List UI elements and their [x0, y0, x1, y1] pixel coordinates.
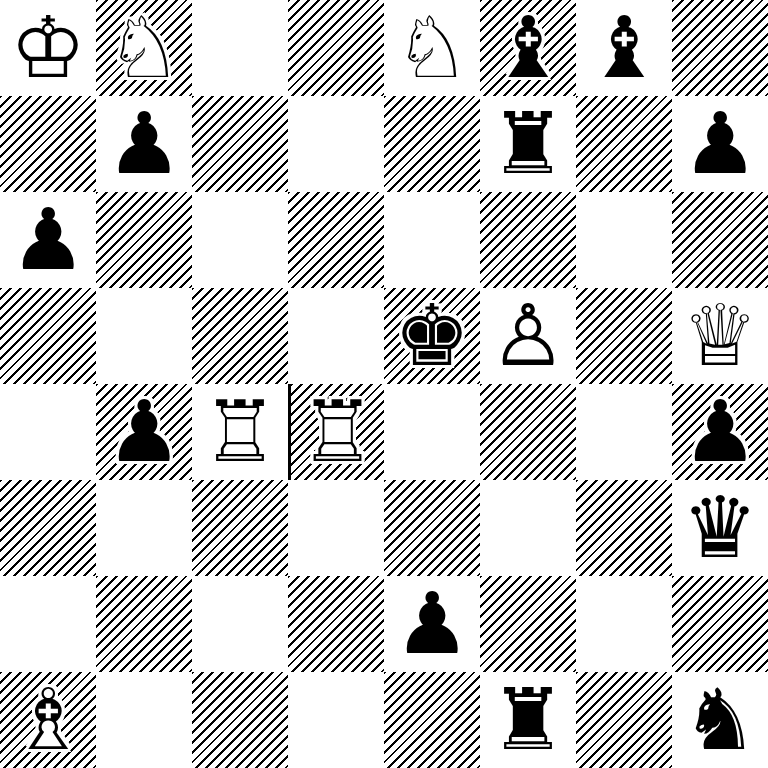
square-d7[interactable] [288, 96, 384, 192]
square-c3[interactable] [192, 480, 288, 576]
black-rook[interactable]: ♜♜ [480, 96, 576, 192]
square-d4[interactable]: ♜♖ [288, 384, 384, 480]
white-queen-glyph: ♕ [672, 288, 768, 384]
white-king[interactable]: ♚♔ [0, 0, 96, 96]
black-knight[interactable]: ♞♞ [672, 672, 768, 768]
square-f2[interactable] [480, 576, 576, 672]
square-e6[interactable] [384, 192, 480, 288]
square-b4[interactable]: ♟♟ [96, 384, 192, 480]
square-c5[interactable] [192, 288, 288, 384]
white-knight[interactable]: ♞♘ [96, 0, 192, 96]
square-g7[interactable] [576, 96, 672, 192]
black-queen-glyph: ♛ [672, 480, 768, 576]
black-pawn[interactable]: ♟♟ [96, 96, 192, 192]
square-h6[interactable] [672, 192, 768, 288]
square-a6[interactable]: ♟♟ [0, 192, 96, 288]
square-f4[interactable] [480, 384, 576, 480]
black-pawn[interactable]: ♟♟ [96, 384, 192, 480]
square-e2[interactable]: ♟♟ [384, 576, 480, 672]
square-a2[interactable] [0, 576, 96, 672]
black-pawn-glyph: ♟ [96, 96, 192, 192]
square-b6[interactable] [96, 192, 192, 288]
square-g2[interactable] [576, 576, 672, 672]
square-e1[interactable] [384, 672, 480, 768]
white-rook[interactable]: ♜♖ [291, 384, 384, 480]
black-pawn[interactable]: ♟♟ [672, 384, 768, 480]
square-c7[interactable] [192, 96, 288, 192]
white-queen[interactable]: ♛♕ [672, 288, 768, 384]
square-g1[interactable] [576, 672, 672, 768]
black-pawn[interactable]: ♟♟ [672, 96, 768, 192]
square-b5[interactable] [96, 288, 192, 384]
black-pawn[interactable]: ♟♟ [0, 192, 96, 288]
square-e8[interactable]: ♞♘ [384, 0, 480, 96]
black-pawn-glyph: ♟ [672, 96, 768, 192]
black-pawn[interactable]: ♟♟ [384, 576, 480, 672]
square-e5[interactable]: ♚♚ [384, 288, 480, 384]
black-bishop-glyph: ♝ [576, 0, 672, 96]
square-c8[interactable] [192, 0, 288, 96]
white-king-glyph: ♔ [0, 0, 96, 96]
square-f1[interactable]: ♜♜ [480, 672, 576, 768]
square-b8[interactable]: ♞♘ [96, 0, 192, 96]
square-h1[interactable]: ♞♞ [672, 672, 768, 768]
square-f6[interactable] [480, 192, 576, 288]
square-a4[interactable] [0, 384, 96, 480]
black-bishop[interactable]: ♝♝ [480, 0, 576, 96]
square-b7[interactable]: ♟♟ [96, 96, 192, 192]
black-rook-glyph: ♜ [480, 96, 576, 192]
square-d1[interactable] [288, 672, 384, 768]
chess-board: ♚♔♞♘♞♘♝♝♝♝♟♟♜♜♟♟♟♟♚♚♟♙♛♕♟♟♜♖♜♖♟♟♛♛♟♟♝♗♜♜… [0, 0, 768, 768]
white-pawn[interactable]: ♟♙ [480, 288, 576, 384]
black-rook-glyph: ♜ [480, 672, 576, 768]
black-knight-glyph: ♞ [672, 672, 768, 768]
black-king-glyph: ♚ [384, 288, 480, 384]
white-knight[interactable]: ♞♘ [384, 0, 480, 96]
square-h5[interactable]: ♛♕ [672, 288, 768, 384]
square-g8[interactable]: ♝♝ [576, 0, 672, 96]
square-a5[interactable] [0, 288, 96, 384]
square-f7[interactable]: ♜♜ [480, 96, 576, 192]
square-b2[interactable] [96, 576, 192, 672]
square-d2[interactable] [288, 576, 384, 672]
square-g5[interactable] [576, 288, 672, 384]
square-d6[interactable] [288, 192, 384, 288]
black-pawn-glyph: ♟ [672, 384, 768, 480]
black-king[interactable]: ♚♚ [384, 288, 480, 384]
square-b3[interactable] [96, 480, 192, 576]
square-e4[interactable] [384, 384, 480, 480]
square-c6[interactable] [192, 192, 288, 288]
square-g6[interactable] [576, 192, 672, 288]
square-c1[interactable] [192, 672, 288, 768]
square-h4[interactable]: ♟♟ [672, 384, 768, 480]
square-e7[interactable] [384, 96, 480, 192]
square-c2[interactable] [192, 576, 288, 672]
white-bishop[interactable]: ♝♗ [0, 672, 96, 768]
square-d5[interactable] [288, 288, 384, 384]
square-a3[interactable] [0, 480, 96, 576]
square-a8[interactable]: ♚♔ [0, 0, 96, 96]
square-a7[interactable] [0, 96, 96, 192]
black-bishop[interactable]: ♝♝ [576, 0, 672, 96]
square-a1[interactable]: ♝♗ [0, 672, 96, 768]
white-bishop-glyph: ♗ [0, 672, 96, 768]
square-d3[interactable] [288, 480, 384, 576]
square-c4[interactable]: ♜♖ [192, 384, 288, 480]
white-knight-glyph: ♘ [384, 0, 480, 96]
square-h7[interactable]: ♟♟ [672, 96, 768, 192]
white-rook[interactable]: ♜♖ [192, 384, 288, 480]
square-f5[interactable]: ♟♙ [480, 288, 576, 384]
black-rook[interactable]: ♜♜ [480, 672, 576, 768]
black-pawn-glyph: ♟ [0, 192, 96, 288]
white-rook-glyph: ♖ [291, 384, 384, 480]
square-g4[interactable] [576, 384, 672, 480]
black-pawn-glyph: ♟ [384, 576, 480, 672]
square-f8[interactable]: ♝♝ [480, 0, 576, 96]
white-rook-glyph: ♖ [192, 384, 288, 480]
square-d8[interactable] [288, 0, 384, 96]
black-pawn-glyph: ♟ [96, 384, 192, 480]
square-e3[interactable] [384, 480, 480, 576]
square-h2[interactable] [672, 576, 768, 672]
black-bishop-glyph: ♝ [480, 0, 576, 96]
square-f3[interactable] [480, 480, 576, 576]
square-h3[interactable]: ♛♛ [672, 480, 768, 576]
square-g3[interactable] [576, 480, 672, 576]
black-queen[interactable]: ♛♛ [672, 480, 768, 576]
square-h8[interactable] [672, 0, 768, 96]
white-knight-glyph: ♘ [96, 0, 192, 96]
white-pawn-glyph: ♙ [480, 288, 576, 384]
square-b1[interactable] [96, 672, 192, 768]
